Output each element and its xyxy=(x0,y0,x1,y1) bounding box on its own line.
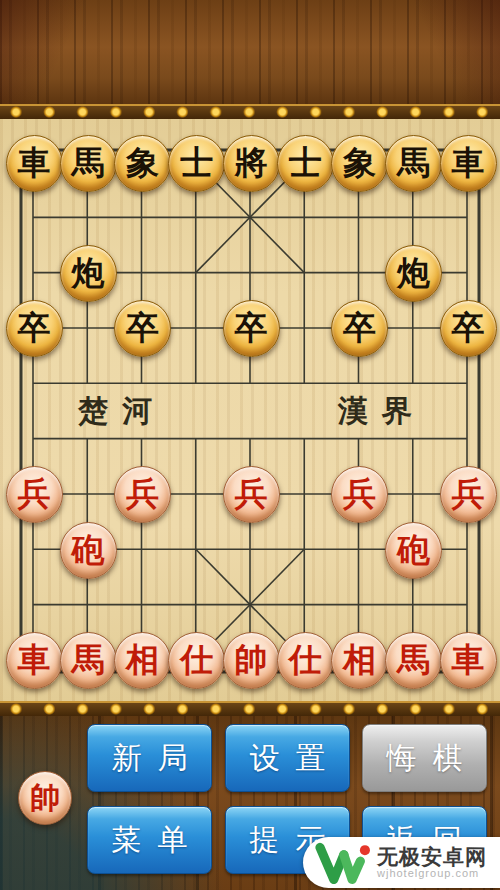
piece-red-兵-c4r6[interactable]: 兵 xyxy=(223,466,280,523)
wood-background-top xyxy=(0,0,500,104)
menu-button[interactable]: 菜单 xyxy=(87,806,212,874)
board-frame-studs-top xyxy=(0,104,500,119)
undo-label: 悔棋 xyxy=(387,738,479,779)
piece-black-士-c3r0[interactable]: 士 xyxy=(168,135,225,192)
watermark-banner: 无极安卓网 wjhotelgroup.com xyxy=(303,837,500,888)
new-game-button[interactable]: 新局 xyxy=(87,724,212,792)
piece-black-象-c2r0[interactable]: 象 xyxy=(114,135,171,192)
piece-red-砲-c1r7[interactable]: 砲 xyxy=(60,522,117,579)
settings-label: 设置 xyxy=(250,738,342,779)
river-label-right: 漢界 xyxy=(338,391,426,432)
piece-red-車-c0r9[interactable]: 車 xyxy=(6,632,63,689)
settings-button[interactable]: 设置 xyxy=(225,724,350,792)
new-game-label: 新局 xyxy=(112,738,204,779)
piece-black-炮-c1r2[interactable]: 炮 xyxy=(60,245,117,302)
piece-black-車-c0r0[interactable]: 車 xyxy=(6,135,63,192)
site-logo-w-icon xyxy=(313,841,371,885)
piece-black-卒-c0r3[interactable]: 卒 xyxy=(6,300,63,357)
piece-black-卒-c4r3[interactable]: 卒 xyxy=(223,300,280,357)
xiangqi-board[interactable]: 楚河 漢界 車馬象士將士象馬車炮炮卒卒卒卒卒兵兵兵兵兵砲砲車馬相仕帥仕相馬車 xyxy=(0,119,500,701)
decor-general-glyph: 帥 xyxy=(30,778,60,819)
piece-black-士-c5r0[interactable]: 士 xyxy=(277,135,334,192)
piece-red-砲-c7r7[interactable]: 砲 xyxy=(385,522,442,579)
xiangqi-app-screen: 楚河 漢界 車馬象士將士象馬車炮炮卒卒卒卒卒兵兵兵兵兵砲砲車馬相仕帥仕相馬車 帥… xyxy=(0,0,500,890)
site-url: wjhotelgroup.com xyxy=(377,868,487,880)
piece-black-將-c4r0[interactable]: 將 xyxy=(223,135,280,192)
decor-general-piece: 帥 xyxy=(18,771,72,825)
piece-black-卒-c8r3[interactable]: 卒 xyxy=(440,300,497,357)
piece-red-兵-c8r6[interactable]: 兵 xyxy=(440,466,497,523)
piece-black-馬-c7r0[interactable]: 馬 xyxy=(385,135,442,192)
piece-red-仕-c5r9[interactable]: 仕 xyxy=(277,632,334,689)
piece-black-炮-c7r2[interactable]: 炮 xyxy=(385,245,442,302)
board-frame-studs-bottom xyxy=(0,701,500,716)
piece-black-車-c8r0[interactable]: 車 xyxy=(440,135,497,192)
piece-red-車-c8r9[interactable]: 車 xyxy=(440,632,497,689)
piece-red-帥-c4r9[interactable]: 帥 xyxy=(223,632,280,689)
menu-label: 菜单 xyxy=(112,820,204,861)
piece-red-兵-c0r6[interactable]: 兵 xyxy=(6,466,63,523)
river-label-left: 楚河 xyxy=(78,391,166,432)
piece-red-馬-c1r9[interactable]: 馬 xyxy=(60,632,117,689)
site-name: 无极安卓网 xyxy=(377,846,487,868)
piece-black-馬-c1r0[interactable]: 馬 xyxy=(60,135,117,192)
undo-button[interactable]: 悔棋 xyxy=(362,724,487,792)
piece-black-象-c6r0[interactable]: 象 xyxy=(331,135,388,192)
